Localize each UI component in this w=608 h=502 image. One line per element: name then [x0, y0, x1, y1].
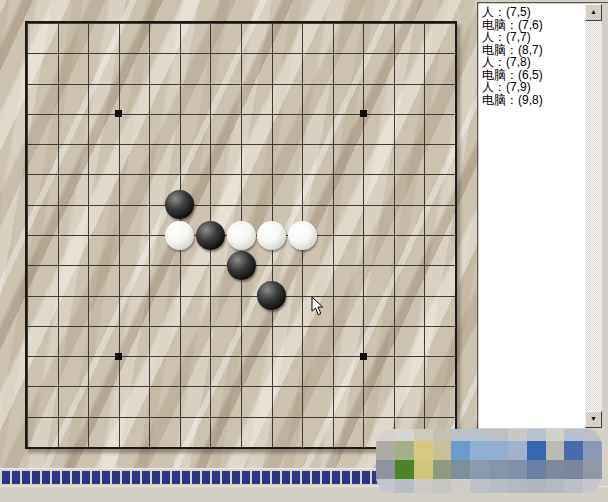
- progress-segment: [32, 471, 40, 484]
- progress-segment: [42, 471, 50, 484]
- progress-segment: [162, 471, 170, 484]
- mosaic-cell: [583, 441, 602, 460]
- move-list[interactable]: 人：(7,5)电脑：(7,6)人：(7,7)电脑：(8,7)人：(7,8)电脑：…: [479, 4, 585, 428]
- progress-segment: [312, 471, 320, 484]
- mosaic-cell: [414, 460, 433, 479]
- mosaic-cell: [395, 429, 414, 441]
- mosaic-cell: [489, 441, 508, 460]
- censored-watermark: [376, 429, 602, 493]
- progress-segment: [272, 471, 280, 484]
- progress-segment: [352, 471, 360, 484]
- mosaic-cell: [546, 441, 565, 460]
- progress-segment: [362, 471, 370, 484]
- mosaic-cell: [564, 429, 583, 441]
- mosaic-cell: [395, 479, 414, 493]
- mosaic-cell: [433, 429, 452, 441]
- progress-segment: [2, 471, 10, 484]
- scrollbar-track[interactable]: [585, 21, 602, 411]
- progress-segment: [142, 471, 150, 484]
- mosaic-cell: [433, 479, 452, 493]
- progress-segment: [102, 471, 110, 484]
- progress-segment: [232, 471, 240, 484]
- progress-segment: [212, 471, 220, 484]
- black-stone: ●: [227, 251, 256, 280]
- progress-segment: [202, 471, 210, 484]
- move-list-item: 人：(7,7): [482, 31, 585, 44]
- move-list-item: 电脑：(9,8): [482, 94, 585, 107]
- mosaic-cell: [433, 441, 452, 460]
- progress-segment: [12, 471, 20, 484]
- progress-segment: [282, 471, 290, 484]
- mosaic-cell: [451, 429, 470, 441]
- progress-segment: [242, 471, 250, 484]
- mosaic-cell: [527, 429, 546, 441]
- move-list-panel: 人：(7,5)电脑：(7,6)人：(7,7)电脑：(8,7)人：(7,8)电脑：…: [477, 2, 608, 430]
- scroll-up-button[interactable]: ▲: [585, 4, 602, 21]
- mosaic-cell: [527, 479, 546, 493]
- mouse-cursor-icon: [311, 296, 324, 317]
- white-stone: ●: [165, 221, 194, 250]
- progress-segment: [252, 471, 260, 484]
- star-point: [360, 353, 367, 360]
- mosaic-cell: [489, 460, 508, 479]
- mosaic-cell: [489, 429, 508, 441]
- progress-segment: [22, 471, 30, 484]
- progress-segment: [112, 471, 120, 484]
- progress-segment: [192, 471, 200, 484]
- move-list-item: 人：(7,5): [482, 6, 585, 19]
- mosaic-cell: [546, 460, 565, 479]
- progress-segment: [302, 471, 310, 484]
- progress-segment: [132, 471, 140, 484]
- mosaic-cell: [451, 479, 470, 493]
- mosaic-cell: [414, 441, 433, 460]
- star-point: [360, 110, 367, 117]
- mosaic-cell: [376, 460, 395, 479]
- mosaic-cell: [395, 460, 414, 479]
- mosaic-cell: [470, 441, 489, 460]
- mosaic-cell: [564, 441, 583, 460]
- progress-segment: [72, 471, 80, 484]
- star-point: [115, 353, 122, 360]
- mosaic-cell: [564, 479, 583, 493]
- mosaic-cell: [508, 460, 527, 479]
- mosaic-cell: [508, 441, 527, 460]
- mosaic-cell: [433, 460, 452, 479]
- progress-bar: [0, 468, 384, 486]
- white-stone: ●: [227, 221, 256, 250]
- black-stone: ●: [257, 281, 286, 310]
- progress-segment: [342, 471, 350, 484]
- star-point: [115, 110, 122, 117]
- mosaic-cell: [470, 429, 489, 441]
- mosaic-cell: [546, 429, 565, 441]
- progress-segment: [292, 471, 300, 484]
- progress-segment: [122, 471, 130, 484]
- white-stone: ●: [288, 221, 317, 250]
- mosaic-cell: [451, 441, 470, 460]
- progress-segment: [52, 471, 60, 484]
- mosaic-cell: [414, 479, 433, 493]
- mosaic-cell: [470, 479, 489, 493]
- mosaic-cell: [395, 441, 414, 460]
- progress-segment: [62, 471, 70, 484]
- mosaic-cell: [564, 460, 583, 479]
- progress-segment: [322, 471, 330, 484]
- mosaic-cell: [376, 441, 395, 460]
- move-list-item: 人：(7,9): [482, 81, 585, 94]
- black-stone: ●: [196, 221, 225, 250]
- board-grid[interactable]: ●●●●●●●●: [25, 21, 457, 449]
- progress-segment: [262, 471, 270, 484]
- white-stone: ●: [257, 221, 286, 250]
- progress-segment: [152, 471, 160, 484]
- progress-segment: [222, 471, 230, 484]
- progress-segment: [82, 471, 90, 484]
- scroll-down-button[interactable]: ▼: [585, 411, 602, 428]
- mosaic-cell: [470, 460, 489, 479]
- move-list-item: 人：(7,8): [482, 56, 585, 69]
- mosaic-cell: [527, 460, 546, 479]
- mosaic-cell: [546, 479, 565, 493]
- mosaic-cell: [527, 441, 546, 460]
- board-area[interactable]: ●●●●●●●●: [0, 0, 478, 468]
- mosaic-cell: [451, 460, 470, 479]
- mosaic-cell: [583, 460, 602, 479]
- progress-segment: [182, 471, 190, 484]
- mosaic-cell: [583, 429, 602, 441]
- mosaic-cell: [414, 429, 433, 441]
- mosaic-cell: [489, 479, 508, 493]
- move-list-scrollbar: ▲ ▼: [585, 4, 602, 428]
- progress-segment: [172, 471, 180, 484]
- black-stone: ●: [165, 190, 194, 219]
- progress-segment: [332, 471, 340, 484]
- mosaic-cell: [508, 479, 527, 493]
- gomoku-window: ●●●●●●●● 人：(7,5)电脑：(7,6)人：(7,7)电脑：(8,7)人…: [0, 0, 608, 502]
- progress-segment: [92, 471, 100, 484]
- mosaic-cell: [508, 429, 527, 441]
